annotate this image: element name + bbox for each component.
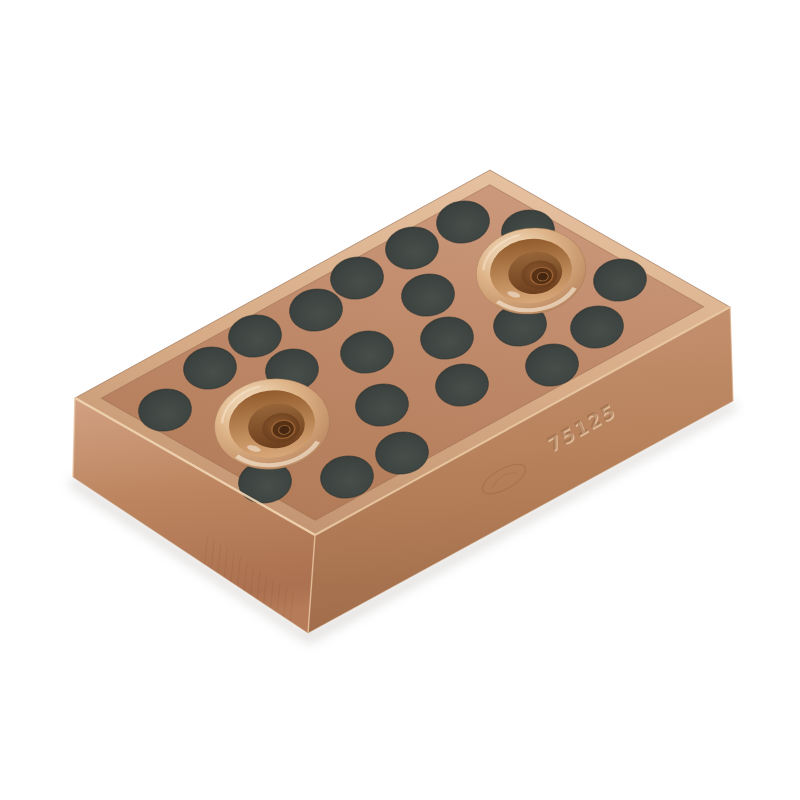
product-photo: 75125 75125 [0,0,800,800]
photo-canvas: 75125 75125 [0,0,800,800]
